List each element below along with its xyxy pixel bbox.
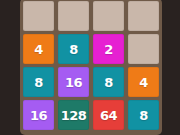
tile-4: 4: [23, 34, 54, 64]
tile-grid: 4828168416128648: [20, 0, 162, 133]
tile-8: 8: [93, 67, 124, 97]
tile-8: 8: [128, 100, 159, 130]
empty-cell: [128, 1, 159, 31]
empty-cell: [58, 1, 89, 31]
empty-cell: [23, 1, 54, 31]
empty-cell: [93, 1, 124, 31]
empty-cell: [128, 34, 159, 64]
tile-8: 8: [23, 67, 54, 97]
tile-4: 4: [128, 67, 159, 97]
tile-64: 64: [93, 100, 124, 130]
tile-2: 2: [93, 34, 124, 64]
tile-128: 128: [58, 100, 89, 130]
tile-16: 16: [58, 67, 89, 97]
tile-8: 8: [58, 34, 89, 64]
tile-16: 16: [23, 100, 54, 130]
game-board[interactable]: 4828168416128648: [20, 0, 162, 135]
